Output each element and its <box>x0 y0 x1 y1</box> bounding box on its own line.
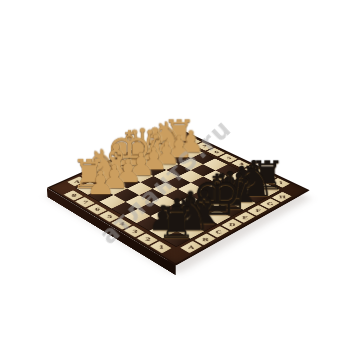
piece-black-rook: ♜ <box>157 201 196 244</box>
product-photo-chess-set: AA88BB77CC66DD55EE44FF33GG22HH11 ♜♞♝♚♛♝♞… <box>0 0 350 350</box>
scene-3d: AA88BB77CC66DD55EE44FF33GG22HH11 ♜♞♝♚♛♝♞… <box>0 0 350 350</box>
chess-board: AA88BB77CC66DD55EE44FF33GG22HH11 ♜♞♝♚♛♝♞… <box>47 129 310 266</box>
piece-cell: ♟ <box>88 188 114 201</box>
piece-white-pawn: ♟ <box>86 167 115 199</box>
